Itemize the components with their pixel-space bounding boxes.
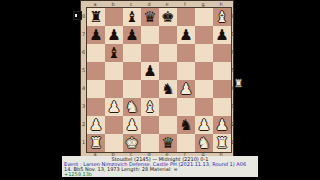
square-h5[interactable] [213, 62, 231, 80]
square-f1[interactable] [177, 134, 195, 152]
black-bishop-piece: ♝ [107, 44, 120, 62]
square-b3[interactable]: ♟ [105, 98, 123, 116]
rank-label-2: 2 [230, 115, 235, 133]
evaluation-link[interactable]: +1259.13b [62, 172, 258, 177]
square-d8[interactable]: ♛ [141, 8, 159, 26]
black-pawn-piece: ♟ [143, 62, 156, 80]
square-f2[interactable]: ♞ [177, 116, 195, 134]
black-pawn-piece: ♟ [215, 26, 228, 44]
white-pawn-piece: ♟ [89, 116, 102, 134]
square-d3[interactable]: ♝ [141, 98, 159, 116]
square-e2[interactable] [159, 116, 177, 134]
square-a2[interactable]: ♟ [87, 116, 105, 134]
square-f5[interactable] [177, 62, 195, 80]
square-b5[interactable] [105, 62, 123, 80]
square-b7[interactable]: ♟ [105, 26, 123, 44]
white-rook-piece: ♜ [215, 134, 228, 152]
square-h4[interactable] [213, 80, 231, 98]
square-d1[interactable] [141, 134, 159, 152]
square-g3[interactable] [195, 98, 213, 116]
white-rook-marker-icon: ♜ [234, 78, 243, 89]
square-g5[interactable] [195, 62, 213, 80]
square-a5[interactable] [87, 62, 105, 80]
square-b6[interactable]: ♝ [105, 44, 123, 62]
black-bishop-piece: ♝ [125, 8, 138, 26]
white-king-piece: ♚ [125, 134, 138, 152]
white-rook-piece: ♜ [89, 134, 102, 152]
square-e5[interactable] [159, 62, 177, 80]
square-g1[interactable]: ♞ [195, 134, 213, 152]
black-knight-piece: ♞ [179, 116, 192, 134]
square-f8[interactable] [177, 8, 195, 26]
square-a7[interactable]: ♟ [87, 26, 105, 44]
square-h2[interactable]: ♟ [213, 116, 231, 134]
square-g8[interactable] [195, 8, 213, 26]
black-queen-piece: ♛ [161, 134, 174, 152]
rank-label-7: 7 [230, 25, 235, 43]
square-c4[interactable] [123, 80, 141, 98]
square-d5[interactable]: ♟ [141, 62, 159, 80]
square-e7[interactable] [159, 26, 177, 44]
square-e8[interactable]: ♚ [159, 8, 177, 26]
square-a1[interactable]: ♜ [87, 134, 105, 152]
square-g4[interactable] [195, 80, 213, 98]
black-pawn-piece: ♟ [125, 26, 138, 44]
rank-label-3: 3 [230, 97, 235, 115]
square-g6[interactable] [195, 44, 213, 62]
square-f4[interactable]: ♟ [177, 80, 195, 98]
square-h1[interactable]: ♜ [213, 134, 231, 152]
white-pawn-piece: ♟ [179, 80, 192, 98]
square-e1[interactable]: ♛ [159, 134, 177, 152]
square-c3[interactable]: ♞ [123, 98, 141, 116]
chess-board-frame: abcdefgh 87654321 ♜♝♛♚♝♟♟♟♟♟♝♟♞♟♟♞♝♟♟♞♟♟… [80, 0, 234, 157]
square-c8[interactable]: ♝ [123, 8, 141, 26]
black-pawn-piece: ♟ [107, 26, 120, 44]
square-a3[interactable] [87, 98, 105, 116]
square-d2[interactable] [141, 116, 159, 134]
black-king-piece: ♚ [161, 8, 174, 26]
black-knight-piece: ♞ [161, 80, 174, 98]
square-c1[interactable]: ♚ [123, 134, 141, 152]
white-knight-piece: ♞ [125, 98, 138, 116]
white-pawn-piece: ♟ [215, 116, 228, 134]
square-h6[interactable] [213, 44, 231, 62]
square-c6[interactable] [123, 44, 141, 62]
square-d6[interactable] [141, 44, 159, 62]
black-queen-piece: ♛ [143, 8, 156, 26]
rank-label-8: 8 [230, 7, 235, 25]
square-h8[interactable]: ♝ [213, 8, 231, 26]
black-rook-piece: ♜ [89, 8, 102, 26]
square-e6[interactable] [159, 44, 177, 62]
square-e4[interactable]: ♞ [159, 80, 177, 98]
square-f3[interactable] [177, 98, 195, 116]
square-b1[interactable] [105, 134, 123, 152]
square-b4[interactable] [105, 80, 123, 98]
square-g2[interactable]: ♟ [195, 116, 213, 134]
square-a6[interactable] [87, 44, 105, 62]
square-c5[interactable] [123, 62, 141, 80]
rank-label-6: 6 [230, 43, 235, 61]
chess-board: ♜♝♛♚♝♟♟♟♟♟♝♟♞♟♟♞♝♟♟♞♟♟♜♚♛♞♜ [86, 7, 232, 153]
white-pawn-piece: ♟ [107, 98, 120, 116]
square-g7[interactable] [195, 26, 213, 44]
square-f6[interactable] [177, 44, 195, 62]
square-a8[interactable]: ♜ [87, 8, 105, 26]
rank-label-1: 1 [230, 133, 235, 151]
white-pawn-piece: ♟ [125, 116, 138, 134]
rank-label-5: 5 [230, 61, 235, 79]
square-h3[interactable] [213, 98, 231, 116]
square-d4[interactable] [141, 80, 159, 98]
square-a4[interactable] [87, 80, 105, 98]
square-c2[interactable]: ♟ [123, 116, 141, 134]
white-pawn-piece: ♟ [197, 116, 210, 134]
square-h7[interactable]: ♟ [213, 26, 231, 44]
black-side-marker-icon [73, 11, 82, 20]
black-pawn-piece: ♟ [89, 26, 102, 44]
square-c7[interactable]: ♟ [123, 26, 141, 44]
white-bishop-piece: ♝ [215, 8, 228, 26]
black-pawn-piece: ♟ [179, 26, 192, 44]
square-d7[interactable] [141, 26, 159, 44]
white-knight-piece: ♞ [197, 134, 210, 152]
game-caption-panel: Stoudtel (2145) — Midnight (2210) 0-1 Ev… [62, 156, 258, 177]
square-f7[interactable]: ♟ [177, 26, 195, 44]
video-frame: abcdefgh 87654321 ♜♝♛♚♝♟♟♟♟♟♝♟♞♟♟♞♝♟♟♞♟♟… [0, 0, 320, 180]
white-bishop-piece: ♝ [143, 98, 156, 116]
square-e3[interactable] [159, 98, 177, 116]
square-b8[interactable] [105, 8, 123, 26]
square-b2[interactable] [105, 116, 123, 134]
